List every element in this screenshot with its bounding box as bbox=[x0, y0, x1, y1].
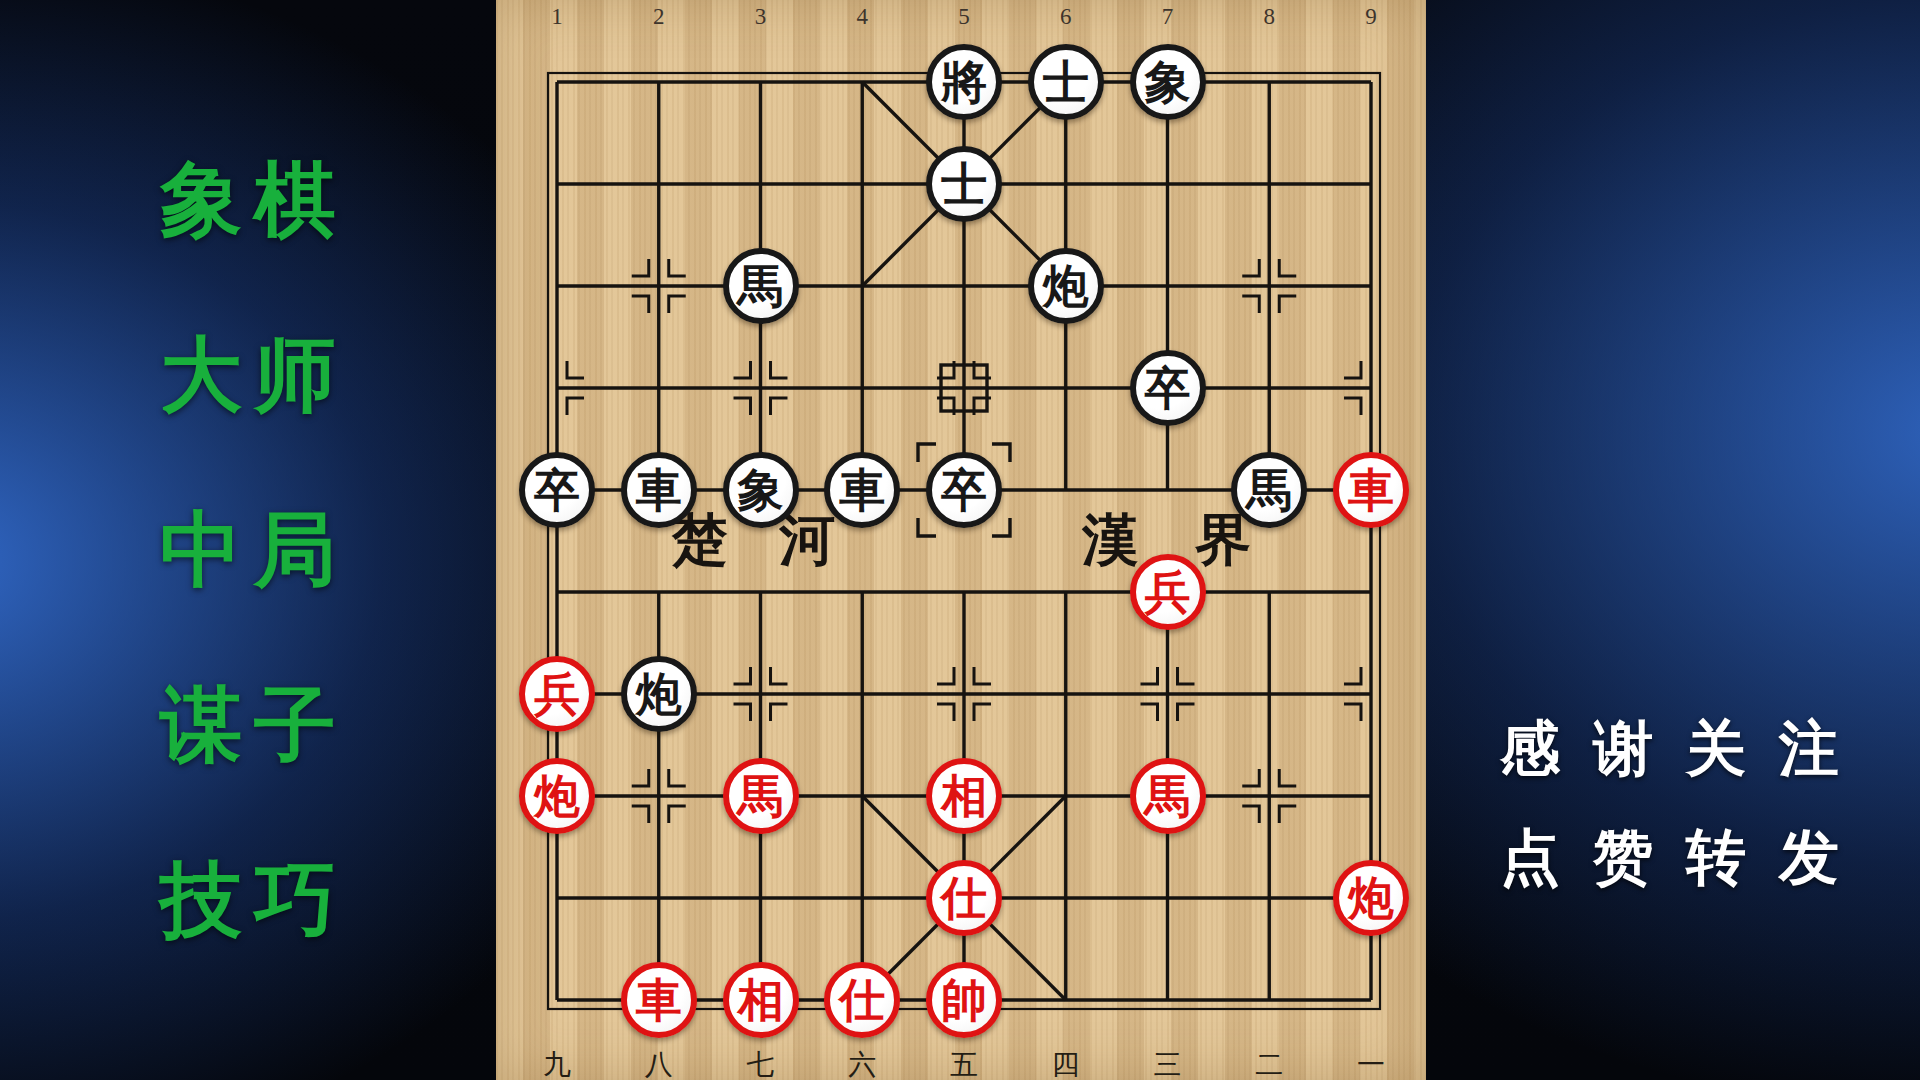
left-banner-line-2: 大师 bbox=[160, 287, 380, 462]
left-banner-line-1: 象棋 bbox=[160, 112, 380, 287]
piece-black-車-4-5[interactable]: 車 bbox=[824, 452, 900, 528]
river-text-han: 漢 bbox=[1082, 503, 1138, 579]
top-file-label-3: 3 bbox=[755, 4, 767, 30]
board-grid[interactable]: 123456789九八七六五四三二一楚河漢界將士象士馬炮卒卒車象車卒馬車兵兵炮炮… bbox=[496, 0, 1426, 1080]
piece-red-馬-7-8[interactable]: 馬 bbox=[1130, 758, 1206, 834]
piece-red-兵-7-6[interactable]: 兵 bbox=[1130, 554, 1206, 630]
bottom-file-label-9: 一 bbox=[1357, 1046, 1385, 1080]
last-move-to-marker bbox=[918, 518, 936, 536]
piece-red-仕-4-10[interactable]: 仕 bbox=[824, 962, 900, 1038]
piece-black-象-3-5[interactable]: 象 bbox=[723, 452, 799, 528]
piece-black-車-2-5[interactable]: 車 bbox=[621, 452, 697, 528]
top-file-label-5: 5 bbox=[958, 4, 970, 30]
piece-red-車-2-10[interactable]: 車 bbox=[621, 962, 697, 1038]
piece-black-卒-5-5[interactable]: 卒 bbox=[926, 452, 1002, 528]
top-file-label-6: 6 bbox=[1060, 4, 1072, 30]
bottom-file-label-2: 八 bbox=[645, 1046, 673, 1080]
piece-black-卒-7-4[interactable]: 卒 bbox=[1130, 350, 1206, 426]
bottom-file-label-4: 六 bbox=[848, 1046, 876, 1080]
left-banner-line-3: 中局 bbox=[160, 462, 380, 637]
piece-black-炮-6-3[interactable]: 炮 bbox=[1028, 248, 1104, 324]
top-file-label-4: 4 bbox=[857, 4, 869, 30]
bottom-file-label-6: 四 bbox=[1052, 1046, 1080, 1080]
bottom-file-label-1: 九 bbox=[543, 1046, 571, 1080]
piece-red-炮-9-9[interactable]: 炮 bbox=[1333, 860, 1409, 936]
piece-red-馬-3-8[interactable]: 馬 bbox=[723, 758, 799, 834]
piece-red-炮-1-8[interactable]: 炮 bbox=[519, 758, 595, 834]
top-file-label-8: 8 bbox=[1264, 4, 1276, 30]
piece-red-帥-5-10[interactable]: 帥 bbox=[926, 962, 1002, 1038]
piece-red-相-3-10[interactable]: 相 bbox=[723, 962, 799, 1038]
left-banner-line-4: 谋子 bbox=[160, 637, 380, 812]
bottom-file-label-8: 二 bbox=[1255, 1046, 1283, 1080]
piece-black-炮-2-7[interactable]: 炮 bbox=[621, 656, 697, 732]
last-move-to-marker bbox=[992, 444, 1010, 462]
piece-red-車-9-5[interactable]: 車 bbox=[1333, 452, 1409, 528]
piece-black-卒-1-5[interactable]: 卒 bbox=[519, 452, 595, 528]
right-banner-line-2: 点赞转发 bbox=[1500, 803, 1910, 912]
piece-black-將-5-1[interactable]: 將 bbox=[926, 44, 1002, 120]
right-banner: 感谢关注 点赞转发 bbox=[1500, 694, 1910, 912]
left-banner: 象棋 大师 中局 谋子 技巧 bbox=[160, 112, 380, 987]
top-file-label-2: 2 bbox=[653, 4, 665, 30]
video-frame: 象棋 大师 中局 谋子 技巧 123456789九八七六五四三二一楚河漢界將士象… bbox=[0, 0, 1920, 1080]
xiangqi-board: 123456789九八七六五四三二一楚河漢界將士象士馬炮卒卒車象車卒馬車兵兵炮炮… bbox=[496, 0, 1426, 1080]
bottom-file-label-7: 三 bbox=[1154, 1046, 1182, 1080]
piece-black-馬-8-5[interactable]: 馬 bbox=[1231, 452, 1307, 528]
top-file-label-1: 1 bbox=[551, 4, 563, 30]
last-move-to-marker bbox=[918, 444, 936, 462]
piece-red-相-5-8[interactable]: 相 bbox=[926, 758, 1002, 834]
top-file-label-9: 9 bbox=[1365, 4, 1377, 30]
left-banner-line-5: 技巧 bbox=[160, 812, 380, 987]
piece-black-馬-3-3[interactable]: 馬 bbox=[723, 248, 799, 324]
piece-black-士-6-1[interactable]: 士 bbox=[1028, 44, 1104, 120]
piece-red-兵-1-7[interactable]: 兵 bbox=[519, 656, 595, 732]
piece-red-仕-5-9[interactable]: 仕 bbox=[926, 860, 1002, 936]
bottom-file-label-5: 五 bbox=[950, 1046, 978, 1080]
top-file-label-7: 7 bbox=[1162, 4, 1174, 30]
bottom-file-label-3: 七 bbox=[747, 1046, 775, 1080]
piece-black-士-5-2[interactable]: 士 bbox=[926, 146, 1002, 222]
right-banner-line-1: 感谢关注 bbox=[1500, 694, 1910, 803]
last-move-to-marker bbox=[992, 518, 1010, 536]
piece-black-象-7-1[interactable]: 象 bbox=[1130, 44, 1206, 120]
